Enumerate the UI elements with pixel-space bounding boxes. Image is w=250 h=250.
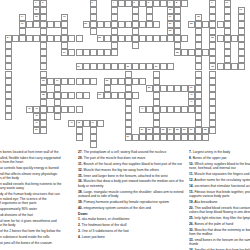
grid-cell[interactable] xyxy=(174,21,181,28)
grid-cell[interactable] xyxy=(40,99,47,106)
grid-cell[interactable] xyxy=(139,134,146,141)
grid-cell[interactable] xyxy=(47,78,54,85)
grid-cell[interactable]: 54 xyxy=(167,127,174,134)
grid-cell[interactable] xyxy=(139,21,146,28)
grid-cell[interactable] xyxy=(68,49,75,56)
grid-cell[interactable] xyxy=(174,85,181,92)
grid-cell[interactable] xyxy=(40,49,47,56)
grid-cell[interactable] xyxy=(125,127,132,134)
grid-cell[interactable]: 28 xyxy=(174,49,181,56)
grid-cell[interactable] xyxy=(167,35,174,42)
grid-cell[interactable] xyxy=(153,78,160,85)
grid-cell[interactable] xyxy=(5,56,12,63)
grid-cell[interactable] xyxy=(61,35,68,42)
grid-cell[interactable] xyxy=(104,21,111,28)
grid-cell[interactable]: 45 xyxy=(33,113,40,120)
grid-cell[interactable] xyxy=(153,120,160,127)
grid-cell[interactable] xyxy=(146,14,153,21)
grid-cell[interactable]: 55 xyxy=(174,127,181,134)
grid-cell[interactable] xyxy=(12,35,19,42)
grid-cell[interactable] xyxy=(54,35,61,42)
grid-cell[interactable]: 52 xyxy=(146,127,153,134)
grid-cell[interactable] xyxy=(160,0,167,7)
grid-cell[interactable] xyxy=(202,49,209,56)
grid-cell[interactable] xyxy=(54,113,61,120)
grid-cell[interactable] xyxy=(195,134,202,141)
grid-cell[interactable] xyxy=(209,42,216,49)
grid-cell[interactable] xyxy=(132,21,139,28)
grid-cell[interactable] xyxy=(181,49,188,56)
grid-cell[interactable] xyxy=(5,63,12,70)
grid-cell[interactable] xyxy=(83,78,90,85)
grid-cell[interactable] xyxy=(97,63,104,70)
grid-cell[interactable] xyxy=(209,120,216,127)
grid-cell[interactable] xyxy=(76,106,83,113)
grid-cell[interactable] xyxy=(153,134,160,141)
grid-cell[interactable] xyxy=(118,63,125,70)
grid-cell[interactable]: 49 xyxy=(90,120,97,127)
grid-cell[interactable] xyxy=(195,92,202,99)
grid-cell[interactable] xyxy=(83,49,90,56)
grid-cell[interactable] xyxy=(209,14,216,21)
grid-cell[interactable] xyxy=(19,28,26,35)
grid-cell[interactable]: 20 xyxy=(83,21,90,28)
grid-cell[interactable] xyxy=(47,106,54,113)
grid-cell[interactable]: 14 xyxy=(19,14,26,21)
grid-cell[interactable] xyxy=(125,85,132,92)
grid-cell[interactable] xyxy=(132,42,139,49)
grid-cell[interactable] xyxy=(125,113,132,120)
grid-cell[interactable] xyxy=(118,78,125,85)
grid-cell[interactable] xyxy=(90,7,97,14)
grid-cell[interactable]: 25 xyxy=(97,35,104,42)
grid-cell[interactable] xyxy=(188,106,195,113)
grid-cell[interactable] xyxy=(188,49,195,56)
grid-cell[interactable]: 5 xyxy=(132,0,139,7)
grid-cell[interactable] xyxy=(97,120,104,127)
grid-cell[interactable]: 12 xyxy=(167,7,174,14)
grid-cell[interactable] xyxy=(76,78,83,85)
grid-cell[interactable] xyxy=(83,120,90,127)
grid-cell[interactable] xyxy=(61,92,68,99)
grid-cell[interactable]: 43 xyxy=(33,106,40,113)
grid-cell[interactable] xyxy=(195,35,202,42)
grid-cell[interactable] xyxy=(238,21,245,28)
grid-cell[interactable] xyxy=(217,35,224,42)
grid-cell[interactable] xyxy=(76,49,83,56)
grid-cell[interactable]: 33 xyxy=(40,78,47,85)
grid-cell[interactable] xyxy=(238,28,245,35)
grid-cell[interactable] xyxy=(195,71,202,78)
grid-cell[interactable] xyxy=(54,85,61,92)
grid-cell[interactable] xyxy=(40,85,47,92)
grid-cell[interactable]: 42 xyxy=(26,106,33,113)
grid-cell[interactable] xyxy=(153,35,160,42)
grid-cell[interactable] xyxy=(68,106,75,113)
grid-cell[interactable] xyxy=(97,49,104,56)
grid-cell[interactable] xyxy=(238,42,245,49)
grid-cell[interactable] xyxy=(5,92,12,99)
grid-cell[interactable] xyxy=(209,85,216,92)
grid-cell[interactable] xyxy=(125,71,132,78)
grid-cell[interactable] xyxy=(209,71,216,78)
grid-cell[interactable] xyxy=(160,134,167,141)
grid-cell[interactable] xyxy=(125,120,132,127)
grid-cell[interactable] xyxy=(47,92,54,99)
grid-cell[interactable]: 35 xyxy=(104,78,111,85)
grid-cell[interactable] xyxy=(238,49,245,56)
grid-cell[interactable] xyxy=(33,35,40,42)
grid-cell[interactable] xyxy=(54,99,61,106)
grid-cell[interactable] xyxy=(167,106,174,113)
grid-cell[interactable] xyxy=(174,14,181,21)
grid-cell[interactable]: 46 xyxy=(33,120,40,127)
grid-cell[interactable] xyxy=(5,113,12,120)
grid-cell[interactable] xyxy=(111,14,118,21)
grid-cell[interactable]: 29 xyxy=(76,63,83,70)
grid-cell[interactable] xyxy=(238,35,245,42)
grid-cell[interactable]: 32 xyxy=(209,63,216,70)
grid-cell[interactable] xyxy=(33,21,40,28)
grid-cell[interactable] xyxy=(132,63,139,70)
grid-cell[interactable] xyxy=(97,21,104,28)
grid-cell[interactable]: 15 xyxy=(33,14,40,21)
grid-cell[interactable] xyxy=(195,49,202,56)
grid-cell[interactable] xyxy=(19,35,26,42)
grid-cell[interactable] xyxy=(61,42,68,49)
grid-cell[interactable] xyxy=(146,35,153,42)
grid-cell[interactable] xyxy=(111,78,118,85)
grid-cell[interactable] xyxy=(90,28,97,35)
grid-cell[interactable] xyxy=(153,21,160,28)
grid-cell[interactable] xyxy=(195,106,202,113)
grid-cell[interactable] xyxy=(132,14,139,21)
grid-cell[interactable] xyxy=(181,0,188,7)
grid-cell[interactable] xyxy=(111,92,118,99)
grid-cell[interactable] xyxy=(5,49,12,56)
grid-cell[interactable] xyxy=(68,35,75,42)
grid-cell[interactable] xyxy=(231,35,238,42)
grid-cell[interactable] xyxy=(238,56,245,63)
grid-cell[interactable] xyxy=(224,35,231,42)
grid-cell[interactable] xyxy=(146,63,153,70)
grid-cell[interactable]: 11 xyxy=(33,7,40,14)
grid-cell[interactable] xyxy=(153,71,160,78)
grid-cell[interactable]: 41 xyxy=(188,99,195,106)
grid-cell[interactable] xyxy=(209,49,216,56)
grid-cell[interactable] xyxy=(5,99,12,106)
grid-cell[interactable] xyxy=(104,63,111,70)
grid-cell[interactable] xyxy=(111,63,118,70)
grid-cell[interactable] xyxy=(132,92,139,99)
grid-cell[interactable] xyxy=(153,106,160,113)
grid-cell[interactable]: 31 xyxy=(153,63,160,70)
crossword-grid[interactable]: 1234567891011121314151617181920212223242… xyxy=(0,0,250,150)
grid-cell[interactable] xyxy=(160,63,167,70)
grid-cell[interactable] xyxy=(195,28,202,35)
grid-cell[interactable] xyxy=(90,141,97,148)
grid-cell[interactable]: 48 xyxy=(76,120,83,127)
grid-cell[interactable] xyxy=(132,35,139,42)
grid-cell[interactable]: 53 xyxy=(160,127,167,134)
grid-cell[interactable] xyxy=(5,42,12,49)
grid-cell[interactable]: 51 xyxy=(139,127,146,134)
grid-cell[interactable] xyxy=(146,134,153,141)
grid-cell[interactable] xyxy=(90,14,97,21)
grid-cell[interactable] xyxy=(47,35,54,42)
grid-cell[interactable] xyxy=(132,134,139,141)
grid-cell[interactable] xyxy=(160,35,167,42)
grid-cell[interactable] xyxy=(160,106,167,113)
grid-cell[interactable] xyxy=(153,99,160,106)
grid-cell[interactable] xyxy=(68,92,75,99)
grid-cell[interactable] xyxy=(231,63,238,70)
grid-cell[interactable] xyxy=(224,7,231,14)
grid-cell[interactable] xyxy=(202,21,209,28)
grid-cell[interactable] xyxy=(224,49,231,56)
grid-cell[interactable]: 58 xyxy=(202,127,209,134)
grid-cell[interactable] xyxy=(125,35,132,42)
grid-cell[interactable] xyxy=(90,78,97,85)
grid-cell[interactable]: 39 xyxy=(97,92,104,99)
grid-cell[interactable] xyxy=(118,21,125,28)
grid-cell[interactable] xyxy=(139,63,146,70)
grid-cell[interactable] xyxy=(174,35,181,42)
grid-cell[interactable]: 17 xyxy=(167,14,174,21)
grid-cell[interactable] xyxy=(76,127,83,134)
grid-cell[interactable]: 9 xyxy=(209,0,216,7)
grid-cell[interactable] xyxy=(174,42,181,49)
grid-cell[interactable] xyxy=(5,106,12,113)
grid-cell[interactable] xyxy=(90,134,97,141)
grid-cell[interactable] xyxy=(40,35,47,42)
grid-cell[interactable] xyxy=(224,28,231,35)
grid-cell[interactable] xyxy=(54,21,61,28)
grid-cell[interactable] xyxy=(195,120,202,127)
grid-cell[interactable] xyxy=(118,92,125,99)
grid-cell[interactable] xyxy=(209,28,216,35)
grid-cell[interactable] xyxy=(181,134,188,141)
grid-cell[interactable]: 59 xyxy=(125,134,132,141)
grid-cell[interactable] xyxy=(61,78,68,85)
grid-cell[interactable]: 23 xyxy=(167,28,174,35)
grid-cell[interactable]: 37 xyxy=(188,85,195,92)
grid-cell[interactable] xyxy=(83,92,90,99)
grid-cell[interactable] xyxy=(54,106,61,113)
grid-cell[interactable] xyxy=(40,56,47,63)
grid-cell[interactable]: 34 xyxy=(54,78,61,85)
grid-cell[interactable] xyxy=(40,71,47,78)
grid-cell[interactable] xyxy=(209,127,216,134)
grid-cell[interactable] xyxy=(153,92,160,99)
grid-cell[interactable] xyxy=(146,7,153,14)
grid-cell[interactable] xyxy=(40,120,47,127)
grid-cell[interactable]: 1 xyxy=(33,0,40,7)
grid-cell[interactable] xyxy=(209,92,216,99)
grid-cell[interactable] xyxy=(111,35,118,42)
grid-cell[interactable] xyxy=(139,35,146,42)
grid-cell[interactable] xyxy=(224,56,231,63)
grid-cell[interactable] xyxy=(181,85,188,92)
grid-cell[interactable]: 13 xyxy=(238,7,245,14)
grid-cell[interactable] xyxy=(76,92,83,99)
grid-cell[interactable] xyxy=(132,7,139,14)
grid-cell[interactable] xyxy=(40,28,47,35)
grid-cell[interactable]: 18 xyxy=(195,14,202,21)
grid-cell[interactable] xyxy=(202,134,209,141)
grid-cell[interactable] xyxy=(90,21,97,28)
grid-cell[interactable] xyxy=(224,63,231,70)
grid-cell[interactable] xyxy=(181,35,188,42)
grid-cell[interactable] xyxy=(195,56,202,63)
grid-cell[interactable] xyxy=(76,134,83,141)
grid-cell[interactable] xyxy=(125,92,132,99)
grid-cell[interactable] xyxy=(111,49,118,56)
grid-cell[interactable]: 30 xyxy=(125,63,132,70)
grid-cell[interactable] xyxy=(238,14,245,21)
grid-cell[interactable] xyxy=(209,21,216,28)
grid-cell[interactable]: 19 xyxy=(19,21,26,28)
grid-cell[interactable] xyxy=(40,113,47,120)
grid-cell[interactable] xyxy=(224,21,231,28)
grid-cell[interactable] xyxy=(174,134,181,141)
grid-cell[interactable] xyxy=(195,42,202,49)
grid-cell[interactable] xyxy=(83,63,90,70)
grid-cell[interactable] xyxy=(217,21,224,28)
grid-cell[interactable] xyxy=(125,99,132,106)
grid-cell[interactable] xyxy=(195,63,202,70)
grid-cell[interactable] xyxy=(40,63,47,70)
grid-cell[interactable] xyxy=(153,127,160,134)
grid-cell[interactable]: 44 xyxy=(139,106,146,113)
grid-cell[interactable] xyxy=(195,78,202,85)
grid-cell[interactable] xyxy=(188,134,195,141)
grid-cell[interactable] xyxy=(238,63,245,70)
grid-cell[interactable] xyxy=(40,106,47,113)
grid-cell[interactable]: 2 xyxy=(40,0,47,7)
grid-cell[interactable] xyxy=(209,99,216,106)
grid-cell[interactable] xyxy=(111,28,118,35)
grid-cell[interactable] xyxy=(209,78,216,85)
grid-cell[interactable] xyxy=(139,0,146,7)
grid-cell[interactable]: 4 xyxy=(111,0,118,7)
grid-cell[interactable] xyxy=(174,28,181,35)
grid-cell[interactable] xyxy=(5,71,12,78)
grid-cell[interactable] xyxy=(174,106,181,113)
grid-cell[interactable] xyxy=(5,78,12,85)
grid-cell[interactable] xyxy=(104,92,111,99)
grid-cell[interactable] xyxy=(104,85,111,92)
grid-cell[interactable] xyxy=(40,7,47,14)
grid-cell[interactable] xyxy=(40,42,47,49)
grid-cell[interactable] xyxy=(90,127,97,134)
grid-cell[interactable] xyxy=(209,56,216,63)
grid-cell[interactable]: 8 xyxy=(174,0,181,7)
grid-cell[interactable] xyxy=(90,49,97,56)
grid-cell[interactable] xyxy=(125,106,132,113)
grid-cell[interactable] xyxy=(104,49,111,56)
grid-cell[interactable]: 16 xyxy=(61,14,68,21)
grid-cell[interactable] xyxy=(111,42,118,49)
grid-cell[interactable] xyxy=(153,113,160,120)
grid-cell[interactable] xyxy=(40,14,47,21)
grid-cell[interactable] xyxy=(68,78,75,85)
grid-cell[interactable] xyxy=(167,63,174,70)
grid-cell[interactable] xyxy=(195,21,202,28)
grid-cell[interactable] xyxy=(76,35,83,42)
grid-cell[interactable]: 21 xyxy=(167,21,174,28)
grid-cell[interactable]: 22 xyxy=(188,21,195,28)
grid-cell[interactable] xyxy=(146,106,153,113)
grid-cell[interactable] xyxy=(146,21,153,28)
grid-cell[interactable]: 57 xyxy=(188,127,195,134)
grid-cell[interactable] xyxy=(209,106,216,113)
grid-cell[interactable]: 38 xyxy=(40,92,47,99)
grid-cell[interactable] xyxy=(224,42,231,49)
grid-cell[interactable] xyxy=(61,106,68,113)
grid-cell[interactable] xyxy=(153,0,160,7)
grid-cell[interactable] xyxy=(195,127,202,134)
grid-cell[interactable]: 27 xyxy=(61,49,68,56)
grid-cell[interactable] xyxy=(118,0,125,7)
grid-cell[interactable] xyxy=(5,85,12,92)
grid-cell[interactable]: 6 xyxy=(146,0,153,7)
grid-cell[interactable] xyxy=(195,113,202,120)
grid-cell[interactable] xyxy=(167,134,174,141)
grid-cell[interactable] xyxy=(61,28,68,35)
grid-cell[interactable]: 50 xyxy=(33,127,40,134)
grid-cell[interactable] xyxy=(132,78,139,85)
grid-cell[interactable] xyxy=(47,21,54,28)
grid-cell[interactable] xyxy=(125,78,132,85)
grid-cell[interactable] xyxy=(224,14,231,21)
grid-cell[interactable] xyxy=(104,35,111,42)
grid-cell[interactable] xyxy=(125,0,132,7)
grid-cell[interactable] xyxy=(209,7,216,14)
grid-cell[interactable] xyxy=(181,106,188,113)
grid-cell[interactable] xyxy=(195,85,202,92)
grid-cell[interactable] xyxy=(195,99,202,106)
grid-cell[interactable]: 7 xyxy=(167,0,174,7)
grid-cell[interactable] xyxy=(40,127,47,134)
grid-cell[interactable]: 3 xyxy=(90,0,97,7)
grid-cell[interactable] xyxy=(26,21,33,28)
grid-cell[interactable] xyxy=(111,7,118,14)
grid-cell[interactable] xyxy=(153,85,160,92)
grid-cell[interactable] xyxy=(26,35,33,42)
grid-cell[interactable] xyxy=(125,21,132,28)
grid-cell[interactable]: 36 xyxy=(146,85,153,92)
grid-cell[interactable] xyxy=(54,92,61,99)
grid-cell[interactable] xyxy=(167,85,174,92)
grid-cell[interactable]: 40 xyxy=(188,92,195,99)
grid-cell[interactable] xyxy=(61,21,68,28)
grid-cell[interactable] xyxy=(111,21,118,28)
grid-cell[interactable] xyxy=(139,78,146,85)
grid-cell[interactable] xyxy=(217,63,224,70)
grid-cell[interactable]: 56 xyxy=(181,127,188,134)
grid-cell[interactable] xyxy=(40,21,47,28)
grid-cell[interactable] xyxy=(160,85,167,92)
grid-cell[interactable] xyxy=(132,28,139,35)
grid-cell[interactable]: 26 xyxy=(209,35,216,42)
grid-cell[interactable]: 47 xyxy=(68,120,75,127)
grid-cell[interactable]: 10 xyxy=(224,0,231,7)
grid-cell[interactable] xyxy=(90,63,97,70)
grid-cell[interactable] xyxy=(209,113,216,120)
grid-cell[interactable] xyxy=(118,35,125,42)
grid-cell[interactable] xyxy=(174,7,181,14)
